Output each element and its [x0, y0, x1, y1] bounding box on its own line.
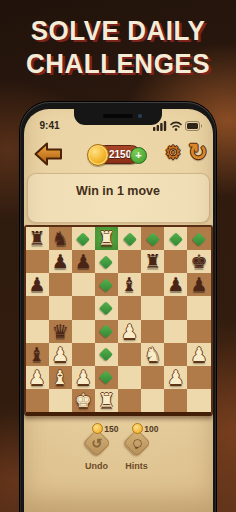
add-coins-button[interactable]: +	[130, 147, 147, 164]
move-hint-diamond	[100, 301, 113, 314]
promo-title: SOLVE DAILY CHALLENGES	[0, 14, 236, 80]
square-a6[interactable]: ♟	[26, 273, 49, 296]
square-c1[interactable]: ♚	[72, 389, 95, 412]
square-b2[interactable]: ♝	[49, 366, 72, 389]
square-g7[interactable]	[164, 250, 187, 273]
square-d3[interactable]	[95, 343, 118, 366]
square-c5[interactable]	[72, 296, 95, 319]
square-d1[interactable]: ♜	[95, 389, 118, 412]
square-e2[interactable]	[118, 366, 141, 389]
black-pawn: ♟	[29, 275, 46, 294]
white-rook: ♜	[98, 391, 115, 410]
black-pawn: ♟	[52, 252, 69, 271]
white-pawn: ♟	[29, 368, 46, 387]
square-b7[interactable]: ♟	[49, 250, 72, 273]
square-g2[interactable]: ♟	[164, 366, 187, 389]
square-f4[interactable]	[141, 320, 164, 343]
hint-bulb-icon	[127, 433, 147, 453]
square-b4[interactable]: ♛	[49, 320, 72, 343]
black-bishop: ♝	[29, 345, 46, 364]
square-g1[interactable]	[164, 389, 187, 412]
black-king: ♚	[190, 252, 207, 271]
move-hint-diamond	[100, 324, 113, 337]
square-f3[interactable]: ♞	[141, 343, 164, 366]
promo-title-line1: SOLVE DAILY	[0, 14, 236, 47]
square-c3[interactable]	[72, 343, 95, 366]
square-h5[interactable]	[187, 296, 210, 319]
promo-title-line2: CHALLENGES	[0, 47, 236, 80]
square-d7[interactable]	[95, 250, 118, 273]
square-f6[interactable]	[141, 273, 164, 296]
battery-icon	[185, 121, 203, 131]
coin-icon	[132, 423, 143, 434]
hints-cost: 100	[144, 424, 158, 434]
black-rook: ♜	[144, 252, 161, 271]
square-e8[interactable]	[118, 227, 141, 250]
square-e6[interactable]: ♝	[118, 273, 141, 296]
white-pawn: ♟	[75, 368, 92, 387]
square-h3[interactable]: ♟	[187, 343, 210, 366]
chess-board-frame: ♜♞♜♟♟♜♚♟♝♟♟♛♟♝♟♞♟♟♝♟♟♚♜	[24, 225, 213, 416]
black-rook: ♜	[29, 229, 46, 248]
square-b5[interactable]	[49, 296, 72, 319]
square-e4[interactable]: ♟	[118, 320, 141, 343]
square-e1[interactable]	[118, 389, 141, 412]
square-d8[interactable]: ♜	[95, 227, 118, 250]
white-pawn: ♟	[167, 368, 184, 387]
square-a2[interactable]: ♟	[26, 366, 49, 389]
square-a7[interactable]	[26, 250, 49, 273]
square-d2[interactable]	[95, 366, 118, 389]
challenge-card: Win in 1 move	[27, 173, 210, 223]
wifi-icon	[170, 121, 182, 131]
app-promo-screenshot: SOLVE DAILY CHALLENGES 9:41	[0, 0, 236, 512]
square-b1[interactable]	[49, 389, 72, 412]
gear-icon: ⚙	[164, 142, 181, 163]
undo-cost: 150	[104, 424, 118, 434]
square-e7[interactable]	[118, 250, 141, 273]
square-b6[interactable]	[49, 273, 72, 296]
status-icons	[153, 121, 203, 131]
back-button[interactable]	[33, 141, 63, 167]
black-pawn: ♟	[190, 275, 207, 294]
move-hint-diamond	[146, 232, 159, 245]
square-g3[interactable]	[164, 343, 187, 366]
black-bishop: ♝	[121, 275, 138, 294]
settings-button[interactable]: ⚙	[164, 142, 181, 164]
phone-speaker	[103, 114, 133, 118]
white-pawn: ♟	[190, 345, 207, 364]
phone-mockup: 9:41	[20, 102, 216, 512]
square-d4[interactable]	[95, 320, 118, 343]
hints-cost-badge: 100	[132, 423, 158, 434]
square-f7[interactable]: ♜	[141, 250, 164, 273]
move-hint-diamond	[123, 232, 136, 245]
hints-label: Hints	[109, 461, 165, 471]
move-hint-diamond	[100, 347, 113, 360]
square-d5[interactable]	[95, 296, 118, 319]
status-time: 9:41	[40, 120, 60, 131]
game-screen: 9:41	[24, 109, 213, 512]
coin-balance: 2150	[109, 149, 131, 160]
black-pawn: ♟	[75, 252, 92, 271]
square-h2[interactable]	[187, 366, 210, 389]
square-h4[interactable]	[187, 320, 210, 343]
move-hint-diamond	[100, 255, 113, 268]
square-f2[interactable]	[141, 366, 164, 389]
challenge-title: Win in 1 move	[27, 184, 210, 198]
square-c4[interactable]	[72, 320, 95, 343]
square-c7[interactable]: ♟	[72, 250, 95, 273]
move-hint-diamond	[100, 371, 113, 384]
black-pawn: ♟	[167, 275, 184, 294]
coin-icon	[92, 423, 103, 434]
square-h1[interactable]	[187, 389, 210, 412]
square-e3[interactable]	[118, 343, 141, 366]
square-a4[interactable]	[26, 320, 49, 343]
square-f5[interactable]	[141, 296, 164, 319]
square-h6[interactable]: ♟	[187, 273, 210, 296]
white-pawn: ♟	[52, 345, 69, 364]
square-g8[interactable]	[164, 227, 187, 250]
move-hint-diamond	[192, 232, 205, 245]
square-h8[interactable]	[187, 227, 210, 250]
square-a1[interactable]	[26, 389, 49, 412]
square-g6[interactable]: ♟	[164, 273, 187, 296]
black-queen: ♛	[52, 322, 69, 341]
white-bishop: ♝	[52, 368, 69, 387]
white-king: ♚	[75, 391, 92, 410]
restart-button[interactable]: ↻	[188, 139, 207, 165]
white-pawn: ♟	[121, 322, 138, 341]
phone-camera-dot	[138, 114, 142, 118]
square-d6[interactable]	[95, 273, 118, 296]
chess-board[interactable]: ♜♞♜♟♟♜♚♟♝♟♟♛♟♝♟♞♟♟♝♟♟♚♜	[26, 227, 211, 412]
square-h7[interactable]: ♚	[187, 250, 210, 273]
undo-icon: ↺	[87, 433, 107, 453]
square-a5[interactable]	[26, 296, 49, 319]
phone-notch	[74, 109, 162, 125]
square-b3[interactable]: ♟	[49, 343, 72, 366]
back-arrow-icon	[33, 141, 63, 167]
square-c8[interactable]	[72, 227, 95, 250]
coin-balance-pill[interactable]: 2150 +	[95, 145, 141, 164]
square-b8[interactable]: ♞	[49, 227, 72, 250]
move-hint-diamond	[77, 232, 90, 245]
square-f1[interactable]	[141, 389, 164, 412]
square-f8[interactable]	[141, 227, 164, 250]
undo-cost-badge: 150	[92, 423, 118, 434]
move-hint-diamond	[169, 232, 182, 245]
square-c6[interactable]	[72, 273, 95, 296]
black-knight: ♞	[52, 229, 69, 248]
move-hint-diamond	[100, 278, 113, 291]
square-e5[interactable]	[118, 296, 141, 319]
coin-icon	[87, 144, 109, 166]
square-a8[interactable]: ♜	[26, 227, 49, 250]
white-rook: ♜	[98, 229, 115, 248]
square-c2[interactable]: ♟	[72, 366, 95, 389]
restart-icon: ↻	[188, 139, 207, 165]
square-g5[interactable]	[164, 296, 187, 319]
white-knight: ♞	[144, 345, 161, 364]
square-a3[interactable]: ♝	[26, 343, 49, 366]
square-g4[interactable]	[164, 320, 187, 343]
